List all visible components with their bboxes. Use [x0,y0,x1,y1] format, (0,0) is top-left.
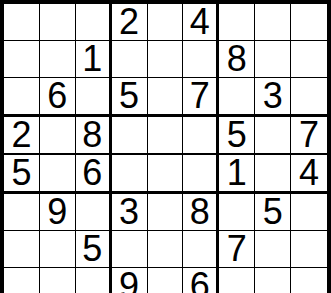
sudoku-cell-r3c2[interactable]: 6 [40,78,76,117]
sudoku-cell-r6c1[interactable]: 5 [4,155,40,194]
sudoku-cell-r7c8[interactable]: 5 [255,194,291,231]
sudoku-cell-r9c1[interactable] [4,268,40,293]
sudoku-cell-r3c6[interactable]: 7 [183,78,219,117]
sudoku-cell-r1c8[interactable] [255,4,291,41]
sudoku-cell-r7c4[interactable]: 3 [112,194,148,231]
sudoku-cell-r4c7[interactable]: 5 [219,117,255,154]
sudoku-cell-r4c3[interactable]: 8 [76,117,112,154]
sudoku-cell-r2c8[interactable] [255,41,291,78]
sudoku-cell-r1c5[interactable] [148,4,184,41]
sudoku-cell-r8c3[interactable]: 5 [76,231,112,268]
sudoku-cell-r8c6[interactable] [183,231,219,268]
sudoku-cell-r2c5[interactable] [148,41,184,78]
sudoku-cell-r4c1[interactable]: 2 [4,117,40,154]
sudoku-cell-r9c7[interactable] [219,268,255,293]
sudoku-cell-r8c1[interactable] [4,231,40,268]
sudoku-cell-r8c4[interactable] [112,231,148,268]
sudoku-cell-r1c9[interactable] [291,4,327,41]
sudoku-cell-r3c9[interactable] [291,78,327,117]
sudoku-cell-r6c9[interactable]: 4 [291,155,327,194]
sudoku-cell-r1c7[interactable] [219,4,255,41]
sudoku-cell-r4c9[interactable]: 7 [291,117,327,154]
sudoku-cell-r4c2[interactable] [40,117,76,154]
sudoku-cell-r9c2[interactable] [40,268,76,293]
sudoku-cell-r7c7[interactable] [219,194,255,231]
sudoku-cell-r1c3[interactable] [76,4,112,41]
sudoku-cell-r2c7[interactable]: 8 [219,41,255,78]
sudoku-cell-r6c4[interactable] [112,155,148,194]
sudoku-cell-r4c8[interactable] [255,117,291,154]
sudoku-cell-r1c1[interactable] [4,4,40,41]
sudoku-cell-r2c6[interactable] [183,41,219,78]
sudoku-cell-r6c8[interactable] [255,155,291,194]
sudoku-cell-r6c3[interactable]: 6 [76,155,112,194]
sudoku-cell-r2c2[interactable] [40,41,76,78]
sudoku-cell-r9c6[interactable]: 6 [183,268,219,293]
sudoku-cell-r6c5[interactable] [148,155,184,194]
sudoku-cell-r4c4[interactable] [112,117,148,154]
sudoku-cell-r3c5[interactable] [148,78,184,117]
sudoku-cell-r6c2[interactable] [40,155,76,194]
sudoku-cell-r9c8[interactable] [255,268,291,293]
sudoku-cell-r8c9[interactable] [291,231,327,268]
sudoku-cell-r7c5[interactable] [148,194,184,231]
sudoku-cell-r8c7[interactable]: 7 [219,231,255,268]
sudoku-cell-r2c3[interactable]: 1 [76,41,112,78]
sudoku-cell-r9c4[interactable]: 9 [112,268,148,293]
sudoku-cell-r2c9[interactable] [291,41,327,78]
sudoku-cell-r4c5[interactable] [148,117,184,154]
sudoku-cell-r6c7[interactable]: 1 [219,155,255,194]
sudoku-cell-r1c6[interactable]: 4 [183,4,219,41]
sudoku-puzzle: 241865732857561493855796 [0,0,331,293]
sudoku-cell-r9c5[interactable] [148,268,184,293]
sudoku-cell-r7c3[interactable] [76,194,112,231]
sudoku-board: 241865732857561493855796 [0,0,331,293]
sudoku-cell-r3c3[interactable] [76,78,112,117]
sudoku-cell-r7c9[interactable] [291,194,327,231]
sudoku-cell-r3c4[interactable]: 5 [112,78,148,117]
sudoku-cell-r3c7[interactable] [219,78,255,117]
sudoku-cell-r7c6[interactable]: 8 [183,194,219,231]
sudoku-cell-r1c4[interactable]: 2 [112,4,148,41]
sudoku-cell-r3c8[interactable]: 3 [255,78,291,117]
sudoku-cell-r8c8[interactable] [255,231,291,268]
sudoku-cell-r2c1[interactable] [4,41,40,78]
sudoku-cell-r9c3[interactable] [76,268,112,293]
sudoku-cell-r2c4[interactable] [112,41,148,78]
sudoku-cell-r7c1[interactable] [4,194,40,231]
sudoku-cell-r8c5[interactable] [148,231,184,268]
sudoku-cell-r1c2[interactable] [40,4,76,41]
sudoku-cell-r6c6[interactable] [183,155,219,194]
sudoku-cell-r7c2[interactable]: 9 [40,194,76,231]
sudoku-cell-r9c9[interactable] [291,268,327,293]
sudoku-cell-r4c6[interactable] [183,117,219,154]
sudoku-cell-r3c1[interactable] [4,78,40,117]
sudoku-cell-r8c2[interactable] [40,231,76,268]
